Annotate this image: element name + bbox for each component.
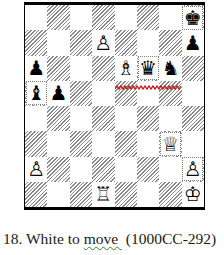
square-c6 <box>70 56 92 81</box>
square-b3 <box>47 131 69 156</box>
square-d6 <box>92 56 114 81</box>
piece-white-pawn-a2: ♙ <box>27 159 45 179</box>
piece-black-pawn-a6: ♟ <box>27 58 45 78</box>
square-e3 <box>115 131 137 156</box>
square-c8 <box>70 5 92 30</box>
square-a3 <box>25 131 47 156</box>
square-d8 <box>92 5 114 30</box>
square-a5: ♝ <box>25 81 47 106</box>
square-e2 <box>115 157 137 182</box>
square-a1 <box>25 182 47 207</box>
square-b2 <box>47 157 69 182</box>
square-f2 <box>137 157 159 182</box>
square-c3 <box>70 131 92 156</box>
square-e5 <box>115 81 137 106</box>
square-h1: ♔ <box>182 182 204 207</box>
square-g7 <box>159 30 181 55</box>
square-a2: ♙ <box>25 157 47 182</box>
square-h7: ♟ <box>182 30 204 55</box>
square-b8 <box>47 5 69 30</box>
square-a7 <box>25 30 47 55</box>
square-e8 <box>115 5 137 30</box>
square-a6: ♟ <box>25 56 47 81</box>
piece-white-king-h1: ♔ <box>184 184 202 204</box>
piece-white-rook-d1: ♖ <box>94 184 112 204</box>
square-e7 <box>115 30 137 55</box>
piece-black-pawn-b5: ♟ <box>50 83 68 103</box>
square-d5 <box>92 81 114 106</box>
square-f7 <box>137 30 159 55</box>
square-g3: ♕ <box>159 131 181 156</box>
square-f1 <box>137 182 159 207</box>
caption-prefix: 18. White to <box>3 230 84 247</box>
piece-white-queen-g3: ♕ <box>160 132 181 156</box>
chess-board: ♚♙♟♟♗♛♞♝♟♕♙♙♖♔ <box>24 2 205 210</box>
square-g4 <box>159 106 181 131</box>
square-h4 <box>182 106 204 131</box>
square-d1: ♖ <box>92 182 114 207</box>
square-g8 <box>159 5 181 30</box>
board-grid: ♚♙♟♟♗♛♞♝♟♕♙♙♖♔ <box>25 5 204 207</box>
square-g5 <box>159 81 181 106</box>
piece-white-pawn-d7: ♙ <box>94 33 112 53</box>
square-a4 <box>25 106 47 131</box>
square-f8 <box>137 5 159 30</box>
piece-black-king-h8: ♚ <box>182 6 203 30</box>
square-f3 <box>137 131 159 156</box>
square-d4 <box>92 106 114 131</box>
square-h8: ♚ <box>182 5 204 30</box>
square-h5 <box>182 81 204 106</box>
caption-word-move: move <box>84 230 122 247</box>
square-b5: ♟ <box>47 81 69 106</box>
piece-white-bishop-e6: ♗ <box>117 58 135 78</box>
diagram-caption: 18. White to move (1000CC-292) <box>3 230 224 248</box>
square-e6: ♗ <box>115 56 137 81</box>
square-b4 <box>47 106 69 131</box>
square-b6 <box>47 56 69 81</box>
caption-suffix: (1000CC-292) <box>122 230 216 247</box>
square-d3 <box>92 131 114 156</box>
piece-black-bishop-a5: ♝ <box>26 81 47 105</box>
square-c1 <box>70 182 92 207</box>
square-g6: ♞ <box>159 56 181 81</box>
document-page: ♚♙♟♟♗♛♞♝♟♕♙♙♖♔ 18. White to move (1000CC… <box>0 0 224 255</box>
square-c7 <box>70 30 92 55</box>
square-e4 <box>115 106 137 131</box>
square-c4 <box>70 106 92 131</box>
piece-black-pawn-h7: ♟ <box>184 33 202 53</box>
square-d7: ♙ <box>92 30 114 55</box>
square-f6: ♛ <box>137 56 159 81</box>
piece-white-pawn-h2: ♙ <box>182 157 203 181</box>
square-b1 <box>47 182 69 207</box>
square-g2 <box>159 157 181 182</box>
square-a8 <box>25 5 47 30</box>
square-h6 <box>182 56 204 81</box>
square-b7 <box>47 30 69 55</box>
square-c2 <box>70 157 92 182</box>
piece-black-queen-f6: ♛ <box>138 56 159 80</box>
square-f5 <box>137 81 159 106</box>
square-d2 <box>92 157 114 182</box>
square-h3 <box>182 131 204 156</box>
square-h2: ♙ <box>182 157 204 182</box>
square-f4 <box>137 106 159 131</box>
piece-black-knight-g6: ♞ <box>161 58 179 78</box>
square-c5 <box>70 81 92 106</box>
square-e1 <box>115 182 137 207</box>
square-g1 <box>159 182 181 207</box>
